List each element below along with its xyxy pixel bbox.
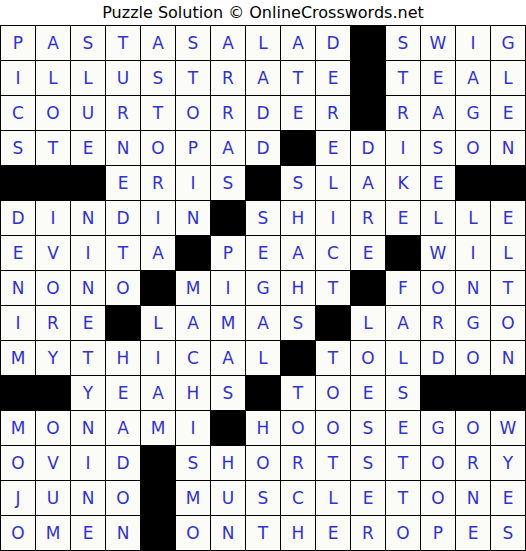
black-cell xyxy=(246,166,281,201)
black-cell xyxy=(386,236,421,271)
grid-cell: O xyxy=(386,516,421,551)
grid-cell: N xyxy=(491,341,526,376)
black-cell xyxy=(71,166,106,201)
grid-cell: S xyxy=(281,306,316,341)
grid-cell: A xyxy=(211,341,246,376)
grid-cell: H xyxy=(211,446,246,481)
grid-cell: E xyxy=(351,236,386,271)
grid-cell: A xyxy=(211,131,246,166)
grid-cell: S xyxy=(281,166,316,201)
grid-cell: H xyxy=(281,201,316,236)
grid-cell: T xyxy=(281,61,316,96)
grid-cell: S xyxy=(386,376,421,411)
grid-cell: A xyxy=(141,26,176,61)
grid-cell: F xyxy=(386,271,421,306)
grid-cell: N xyxy=(71,411,106,446)
grid-cell: S xyxy=(386,26,421,61)
grid-cell: T xyxy=(386,446,421,481)
grid-cell: M xyxy=(176,271,211,306)
grid-cell: L xyxy=(386,341,421,376)
grid-cell: A xyxy=(456,61,491,96)
crossword-grid: PASTASALADSWIGILLUSTRATETEALCOURTORDERRA… xyxy=(0,25,526,551)
grid-cell: C xyxy=(176,341,211,376)
grid-cell: E xyxy=(456,516,491,551)
grid-cell: N xyxy=(1,271,36,306)
black-cell xyxy=(351,61,386,96)
grid-cell: O xyxy=(176,516,211,551)
grid-cell: E xyxy=(386,411,421,446)
grid-cell: A xyxy=(246,61,281,96)
grid-cell: D xyxy=(1,201,36,236)
grid-cell: E xyxy=(1,236,36,271)
black-cell xyxy=(491,166,526,201)
grid-cell: I xyxy=(71,236,106,271)
grid-cell: S xyxy=(491,516,526,551)
grid-cell: A xyxy=(281,236,316,271)
black-cell xyxy=(281,341,316,376)
grid-cell: O xyxy=(36,411,71,446)
grid-cell: H xyxy=(281,271,316,306)
grid-cell: Y xyxy=(71,376,106,411)
grid-cell: M xyxy=(36,516,71,551)
grid-cell: L xyxy=(246,26,281,61)
grid-cell: D xyxy=(246,131,281,166)
grid-cell: A xyxy=(141,376,176,411)
grid-cell: E xyxy=(491,96,526,131)
grid-cell: N xyxy=(106,516,141,551)
grid-cell: G xyxy=(491,26,526,61)
grid-cell: N xyxy=(211,516,246,551)
grid-cell: E xyxy=(491,481,526,516)
black-cell xyxy=(176,236,211,271)
grid-cell: T xyxy=(246,516,281,551)
grid-cell: O xyxy=(141,131,176,166)
grid-cell: U xyxy=(106,61,141,96)
grid-cell: E xyxy=(421,166,456,201)
grid-cell: D xyxy=(106,446,141,481)
grid-cell: T xyxy=(71,341,106,376)
grid-cell: W xyxy=(421,26,456,61)
grid-cell: A xyxy=(386,306,421,341)
grid-cell: N xyxy=(456,481,491,516)
grid-cell: N xyxy=(71,271,106,306)
black-cell xyxy=(491,376,526,411)
black-cell xyxy=(1,376,36,411)
grid-cell: S xyxy=(246,481,281,516)
black-cell xyxy=(211,201,246,236)
grid-cell: O xyxy=(1,446,36,481)
grid-cell: T xyxy=(316,446,351,481)
grid-cell: L xyxy=(141,306,176,341)
grid-cell: S xyxy=(351,411,386,446)
grid-cell: A xyxy=(246,306,281,341)
grid-cell: A xyxy=(36,26,71,61)
black-cell xyxy=(421,376,456,411)
grid-cell: S xyxy=(141,61,176,96)
grid-cell: G xyxy=(246,271,281,306)
black-cell xyxy=(141,481,176,516)
grid-cell: I xyxy=(141,341,176,376)
grid-cell: D xyxy=(106,201,141,236)
grid-cell: S xyxy=(211,166,246,201)
grid-cell: L xyxy=(491,236,526,271)
black-cell xyxy=(351,271,386,306)
grid-cell: W xyxy=(491,411,526,446)
grid-cell: I xyxy=(386,131,421,166)
grid-cell: P xyxy=(421,516,456,551)
grid-cell: E xyxy=(421,61,456,96)
grid-cell: M xyxy=(1,341,36,376)
grid-cell: R xyxy=(316,96,351,131)
grid-cell: N xyxy=(71,201,106,236)
grid-cell: O xyxy=(456,341,491,376)
grid-cell: N xyxy=(71,481,106,516)
grid-cell: E xyxy=(106,166,141,201)
grid-cell: W xyxy=(421,236,456,271)
grid-cell: I xyxy=(141,201,176,236)
grid-cell: I xyxy=(36,201,71,236)
black-cell xyxy=(141,446,176,481)
grid-cell: T xyxy=(386,61,421,96)
grid-cell: L xyxy=(351,306,386,341)
grid-cell: C xyxy=(1,96,36,131)
grid-cell: H xyxy=(246,411,281,446)
grid-cell: A xyxy=(106,411,141,446)
grid-cell: J xyxy=(1,481,36,516)
grid-cell: T xyxy=(386,481,421,516)
grid-cell: R xyxy=(421,306,456,341)
grid-cell: T xyxy=(106,236,141,271)
grid-cell: O xyxy=(36,271,71,306)
grid-cell: O xyxy=(281,411,316,446)
grid-cell: G xyxy=(456,306,491,341)
grid-cell: I xyxy=(176,411,211,446)
grid-cell: L xyxy=(491,61,526,96)
grid-cell: T xyxy=(36,131,71,166)
black-cell xyxy=(351,26,386,61)
grid-cell: D xyxy=(421,341,456,376)
grid-cell: R xyxy=(456,446,491,481)
grid-cell: O xyxy=(456,131,491,166)
grid-cell: O xyxy=(351,341,386,376)
grid-cell: I xyxy=(211,271,246,306)
grid-cell: O xyxy=(421,446,456,481)
grid-cell: E xyxy=(316,131,351,166)
grid-cell: R xyxy=(106,96,141,131)
grid-cell: T xyxy=(141,96,176,131)
grid-cell: N xyxy=(491,131,526,166)
grid-cell: R xyxy=(211,96,246,131)
page-title: Puzzle Solution © OnlineCrosswords.net xyxy=(102,3,424,22)
grid-cell: A xyxy=(211,26,246,61)
grid-cell: E xyxy=(71,131,106,166)
grid-cell: O xyxy=(106,481,141,516)
grid-cell: G xyxy=(456,96,491,131)
grid-cell: R xyxy=(281,446,316,481)
grid-cell: I xyxy=(71,446,106,481)
grid-cell: C xyxy=(281,481,316,516)
grid-cell: O xyxy=(421,271,456,306)
grid-cell: A xyxy=(351,166,386,201)
grid-cell: U xyxy=(211,481,246,516)
grid-cell: N xyxy=(106,131,141,166)
grid-cell: I xyxy=(1,306,36,341)
grid-cell: I xyxy=(176,166,211,201)
grid-cell: L xyxy=(36,61,71,96)
grid-cell: H xyxy=(176,376,211,411)
grid-cell: A xyxy=(141,236,176,271)
black-cell xyxy=(106,306,141,341)
grid-cell: L xyxy=(421,201,456,236)
grid-cell: R xyxy=(386,96,421,131)
black-cell xyxy=(281,131,316,166)
grid-cell: O xyxy=(421,481,456,516)
grid-cell: E xyxy=(316,516,351,551)
black-cell xyxy=(456,376,491,411)
grid-cell: M xyxy=(1,411,36,446)
grid-cell: L xyxy=(316,481,351,516)
grid-cell: H xyxy=(106,341,141,376)
grid-cell: E xyxy=(316,61,351,96)
grid-cell: S xyxy=(421,131,456,166)
grid-cell: E xyxy=(71,516,106,551)
grid-cell: P xyxy=(1,26,36,61)
grid-cell: V xyxy=(36,236,71,271)
black-cell xyxy=(456,166,491,201)
grid-cell: S xyxy=(1,131,36,166)
grid-cell: T xyxy=(491,271,526,306)
grid-cell: E xyxy=(491,201,526,236)
black-cell xyxy=(1,166,36,201)
grid-cell: O xyxy=(246,446,281,481)
title-bar: Puzzle Solution © OnlineCrosswords.net xyxy=(0,0,526,25)
grid-cell: V xyxy=(36,446,71,481)
grid-cell: O xyxy=(316,376,351,411)
grid-cell: R xyxy=(36,306,71,341)
grid-cell: O xyxy=(316,411,351,446)
black-cell xyxy=(211,411,246,446)
grid-cell: L xyxy=(316,166,351,201)
grid-cell: Y xyxy=(36,341,71,376)
black-cell xyxy=(316,306,351,341)
grid-cell: T xyxy=(316,341,351,376)
grid-cell: O xyxy=(1,516,36,551)
grid-cell: R xyxy=(211,61,246,96)
grid-cell: I xyxy=(456,236,491,271)
grid-cell: M xyxy=(176,481,211,516)
grid-cell: S xyxy=(71,26,106,61)
grid-cell: E xyxy=(386,201,421,236)
grid-cell: R xyxy=(351,516,386,551)
grid-cell: E xyxy=(351,376,386,411)
grid-cell: H xyxy=(281,516,316,551)
grid-cell: I xyxy=(456,26,491,61)
black-cell xyxy=(36,166,71,201)
grid-cell: S xyxy=(211,376,246,411)
grid-cell: R xyxy=(351,201,386,236)
grid-cell: T xyxy=(106,26,141,61)
black-cell xyxy=(246,376,281,411)
grid-cell: O xyxy=(36,96,71,131)
grid-cell: P xyxy=(176,131,211,166)
grid-cell: L xyxy=(456,201,491,236)
grid-cell: U xyxy=(36,481,71,516)
grid-cell: E xyxy=(351,481,386,516)
grid-cell: S xyxy=(246,201,281,236)
crossword-solution-page: Puzzle Solution © OnlineCrosswords.net P… xyxy=(0,0,526,551)
grid-cell: P xyxy=(211,236,246,271)
black-cell xyxy=(141,271,176,306)
grid-cell: S xyxy=(176,26,211,61)
grid-cell: I xyxy=(1,61,36,96)
grid-cell: G xyxy=(421,411,456,446)
grid-cell: T xyxy=(316,271,351,306)
grid-cell: T xyxy=(281,376,316,411)
black-cell xyxy=(141,516,176,551)
grid-cell: L xyxy=(246,341,281,376)
grid-cell: O xyxy=(176,96,211,131)
black-cell xyxy=(36,376,71,411)
grid-cell: U xyxy=(71,96,106,131)
grid-cell: A xyxy=(421,96,456,131)
grid-cell: D xyxy=(351,131,386,166)
grid-cell: M xyxy=(141,411,176,446)
grid-cell: S xyxy=(351,446,386,481)
grid-cell: D xyxy=(246,96,281,131)
black-cell xyxy=(351,96,386,131)
grid-cell: D xyxy=(316,26,351,61)
grid-cell: S xyxy=(176,446,211,481)
grid-cell: Y xyxy=(491,446,526,481)
grid-cell: A xyxy=(281,26,316,61)
grid-cell: E xyxy=(106,376,141,411)
grid-cell: E xyxy=(281,96,316,131)
grid-cell: N xyxy=(456,271,491,306)
grid-cell: C xyxy=(316,236,351,271)
grid-cell: N xyxy=(176,201,211,236)
grid-cell: E xyxy=(246,236,281,271)
grid-cell: O xyxy=(491,306,526,341)
grid-cell: M xyxy=(211,306,246,341)
grid-cell: O xyxy=(106,271,141,306)
grid-cell: T xyxy=(176,61,211,96)
grid-cell: R xyxy=(141,166,176,201)
grid-cell: O xyxy=(456,411,491,446)
grid-cell: E xyxy=(71,306,106,341)
grid-cell: K xyxy=(386,166,421,201)
grid-cell: I xyxy=(316,201,351,236)
grid-cell: A xyxy=(176,306,211,341)
grid-cell: L xyxy=(71,61,106,96)
